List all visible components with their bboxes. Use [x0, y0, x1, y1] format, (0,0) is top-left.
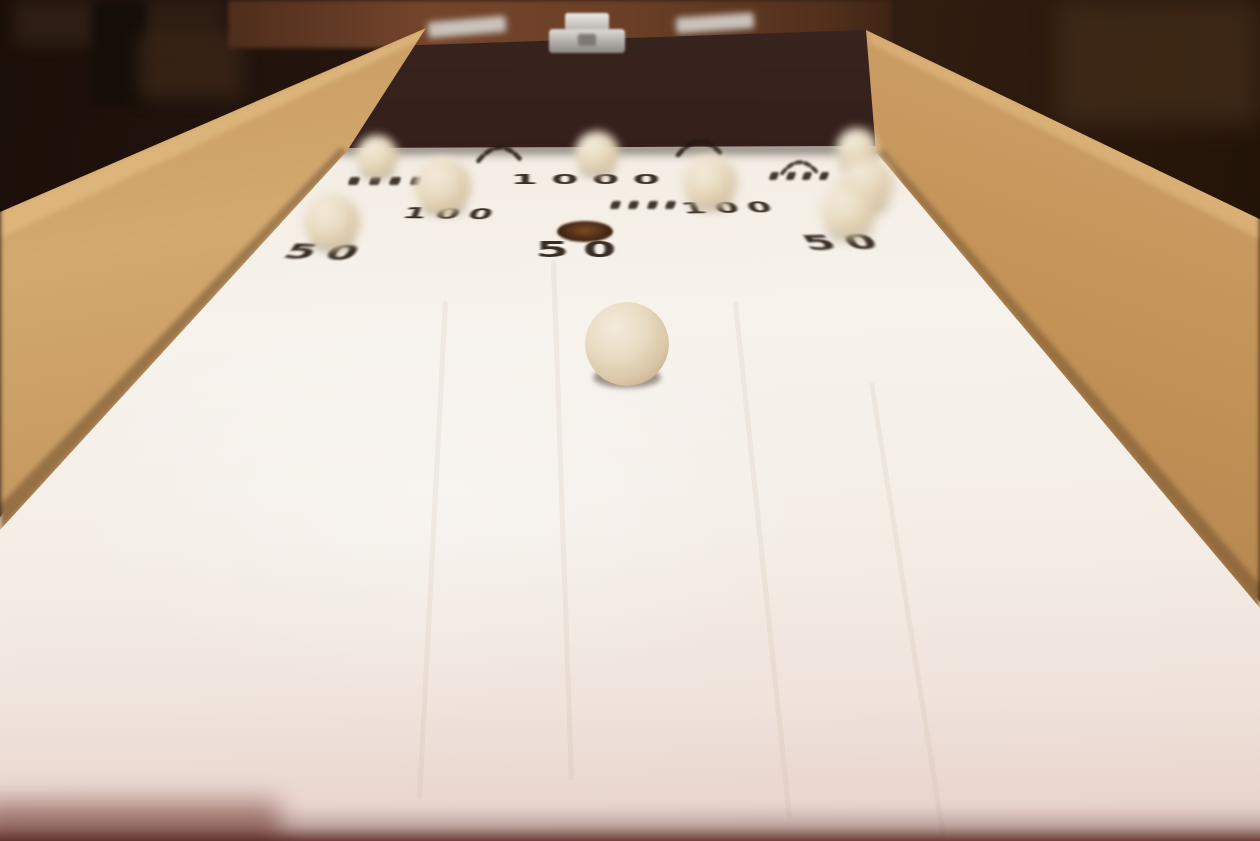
wooden-ball [822, 184, 876, 238]
wooden-ball [356, 135, 398, 177]
game-table-scene: 1000 100 100 50 50 50 [0, 0, 1260, 841]
wooden-ball [585, 302, 669, 386]
stencil-marks [611, 201, 675, 209]
stencil-marks [349, 177, 421, 185]
metal-latch-icon [578, 34, 596, 46]
near-board-edge [0, 806, 1260, 841]
stencil-arch-icon [473, 141, 527, 167]
room-light-patch [1056, 0, 1260, 124]
stencil-marks [770, 172, 828, 180]
wooden-ball [575, 131, 619, 175]
wooden-ball [415, 158, 471, 214]
wooden-ball [683, 155, 737, 209]
chair-seat-blur [138, 34, 242, 98]
hole-value-50-center: 50 [536, 240, 630, 260]
wooden-ball [304, 194, 360, 250]
